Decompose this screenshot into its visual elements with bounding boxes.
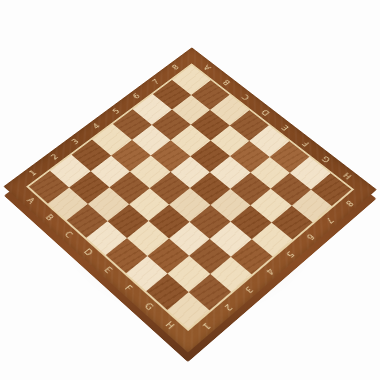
square-h6[interactable] xyxy=(272,205,313,239)
square-e2[interactable] xyxy=(127,221,168,255)
square-c2[interactable] xyxy=(88,187,129,220)
square-g3[interactable] xyxy=(189,239,231,274)
square-g5[interactable] xyxy=(231,205,272,239)
square-g6[interactable] xyxy=(251,189,292,222)
square-f1[interactable] xyxy=(126,255,168,291)
square-f2[interactable] xyxy=(147,238,189,273)
square-f5[interactable] xyxy=(210,188,251,221)
square-e1[interactable] xyxy=(106,238,148,273)
square-e3[interactable] xyxy=(149,204,190,238)
photo-canvas: AA88BB77CC66DD55EE44FF33GG22HH11 xyxy=(0,0,380,380)
square-b1[interactable] xyxy=(48,187,89,220)
square-f3[interactable] xyxy=(169,221,210,255)
square-h5[interactable] xyxy=(251,222,292,256)
square-g4[interactable] xyxy=(210,222,251,256)
square-c1[interactable] xyxy=(67,204,108,238)
square-d2[interactable] xyxy=(108,204,149,238)
square-h4[interactable] xyxy=(231,239,273,274)
square-h7[interactable] xyxy=(291,189,332,222)
square-h2[interactable] xyxy=(189,274,231,310)
square-h3[interactable] xyxy=(210,256,252,292)
square-g1[interactable] xyxy=(146,273,188,309)
square-h1[interactable] xyxy=(167,291,210,328)
square-d1[interactable] xyxy=(86,221,127,255)
square-d3[interactable] xyxy=(129,188,170,221)
square-g2[interactable] xyxy=(168,256,210,292)
square-e4[interactable] xyxy=(169,188,210,221)
square-f4[interactable] xyxy=(190,205,231,239)
